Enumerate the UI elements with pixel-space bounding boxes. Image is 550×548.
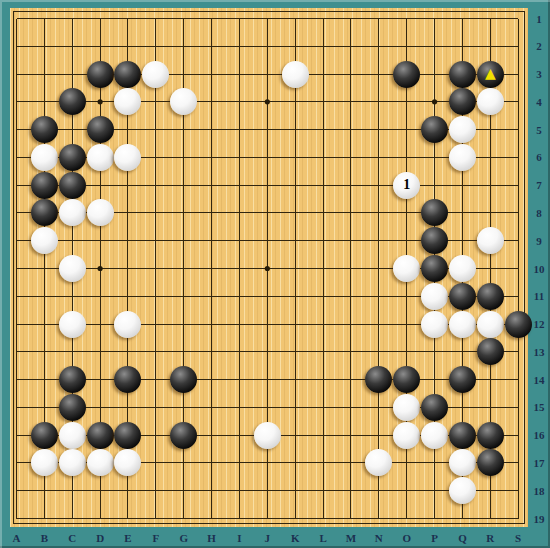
- white-stone: [114, 311, 141, 338]
- column-label: D: [90, 530, 110, 546]
- white-stone: [254, 422, 281, 449]
- white-stone: [393, 422, 420, 449]
- column-label: M: [341, 530, 361, 546]
- move-number-label: 1: [403, 178, 410, 192]
- row-label: 11: [530, 288, 548, 304]
- white-stone: [421, 422, 448, 449]
- black-stone: [59, 394, 86, 421]
- black-stone: [59, 366, 86, 393]
- column-label: B: [34, 530, 54, 546]
- black-stone: [505, 311, 532, 338]
- column-label: L: [313, 530, 333, 546]
- row-label: 18: [530, 483, 548, 499]
- row-label: 2: [530, 38, 548, 54]
- white-stone: [477, 88, 504, 115]
- white-stone: [31, 144, 58, 171]
- black-stone: [449, 61, 476, 88]
- white-stone: [449, 477, 476, 504]
- black-stone: [59, 144, 86, 171]
- white-stone: [421, 283, 448, 310]
- black-stone: [114, 61, 141, 88]
- black-stone: [477, 422, 504, 449]
- white-stone: [449, 144, 476, 171]
- row-label: 1: [530, 11, 548, 27]
- black-stone: [170, 422, 197, 449]
- star-point: [98, 99, 103, 104]
- row-label: 3: [530, 66, 548, 82]
- black-stone: [449, 366, 476, 393]
- black-stone: [421, 255, 448, 282]
- white-stone: [477, 227, 504, 254]
- row-label: 13: [530, 344, 548, 360]
- triangle-mark-icon: ▲: [485, 66, 496, 80]
- black-stone: [87, 61, 114, 88]
- black-stone: [31, 116, 58, 143]
- white-stone: [449, 311, 476, 338]
- star-point: [265, 266, 270, 271]
- row-label: 17: [530, 455, 548, 471]
- column-label: K: [285, 530, 305, 546]
- white-stone: [449, 255, 476, 282]
- white-stone: [393, 255, 420, 282]
- star-point: [432, 99, 437, 104]
- row-label: 7: [530, 177, 548, 193]
- white-stone: [87, 199, 114, 226]
- row-label: 8: [530, 205, 548, 221]
- black-stone: [421, 116, 448, 143]
- row-label: 16: [530, 427, 548, 443]
- column-label: E: [118, 530, 138, 546]
- black-stone: [449, 283, 476, 310]
- go-diagram: ▲1 ABCDEFGHIJKLMNOPQRS 12345678910111213…: [0, 0, 550, 548]
- black-stone: [31, 422, 58, 449]
- column-label: P: [425, 530, 445, 546]
- white-stone: [142, 61, 169, 88]
- column-label: O: [397, 530, 417, 546]
- column-label: I: [229, 530, 249, 546]
- white-stone: [421, 311, 448, 338]
- column-label: S: [508, 530, 528, 546]
- black-stone: [59, 172, 86, 199]
- black-stone: [59, 88, 86, 115]
- white-stone: 1: [393, 172, 420, 199]
- black-stone: [87, 116, 114, 143]
- row-label: 4: [530, 94, 548, 110]
- black-stone: [449, 422, 476, 449]
- row-label: 10: [530, 261, 548, 277]
- column-label: H: [202, 530, 222, 546]
- column-label: Q: [452, 530, 472, 546]
- row-label: 14: [530, 372, 548, 388]
- white-stone: [59, 199, 86, 226]
- column-label: F: [146, 530, 166, 546]
- star-point: [98, 266, 103, 271]
- row-label: 6: [530, 149, 548, 165]
- black-stone: ▲: [477, 61, 504, 88]
- row-label: 19: [530, 511, 548, 527]
- black-stone: [421, 394, 448, 421]
- column-label: A: [7, 530, 27, 546]
- white-stone: [59, 255, 86, 282]
- star-point: [265, 99, 270, 104]
- white-stone: [31, 227, 58, 254]
- column-label: R: [480, 530, 500, 546]
- column-label: N: [369, 530, 389, 546]
- white-stone: [87, 144, 114, 171]
- black-stone: [477, 338, 504, 365]
- white-stone: [59, 311, 86, 338]
- goban[interactable]: ▲1: [10, 8, 528, 527]
- column-label: C: [62, 530, 82, 546]
- black-stone: [393, 61, 420, 88]
- column-label: G: [174, 530, 194, 546]
- white-stone: [59, 422, 86, 449]
- row-label: 12: [530, 316, 548, 332]
- white-stone: [393, 394, 420, 421]
- column-label: J: [257, 530, 277, 546]
- black-stone: [114, 422, 141, 449]
- black-stone: [477, 283, 504, 310]
- white-stone: [477, 311, 504, 338]
- row-label: 15: [530, 399, 548, 415]
- white-stone: [282, 61, 309, 88]
- black-stone: [87, 422, 114, 449]
- black-stone: [31, 172, 58, 199]
- white-stone: [87, 449, 114, 476]
- white-stone: [449, 116, 476, 143]
- row-label: 5: [530, 122, 548, 138]
- row-label: 9: [530, 233, 548, 249]
